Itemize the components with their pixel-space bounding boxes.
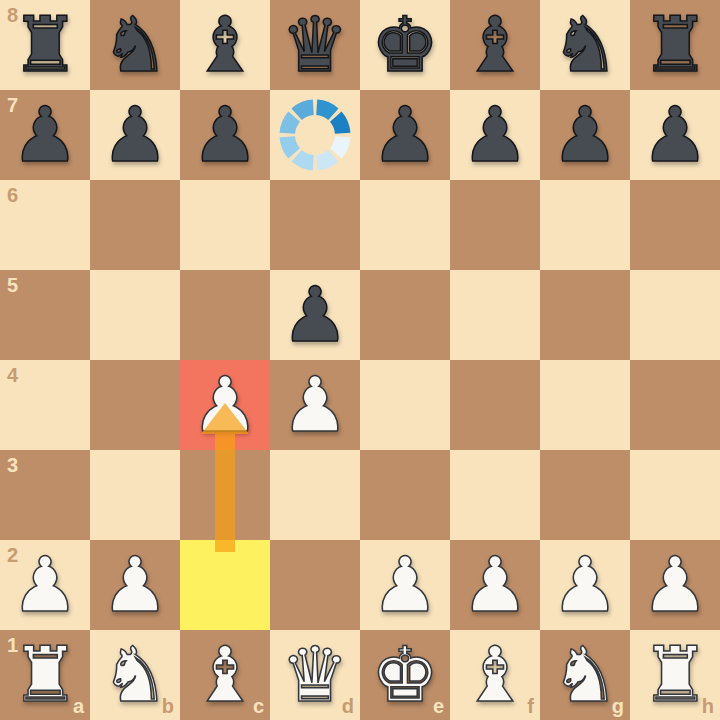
- piece-black-pawn[interactable]: ♟: [641, 97, 709, 173]
- square-a2[interactable]: 2♟: [0, 540, 90, 630]
- spinner-segment: [330, 136, 350, 158]
- square-f3[interactable]: [450, 450, 540, 540]
- square-c8[interactable]: ♝: [180, 0, 270, 90]
- piece-black-pawn[interactable]: ♟: [191, 97, 259, 173]
- square-e2[interactable]: ♟: [360, 540, 450, 630]
- square-g8[interactable]: ♞: [540, 0, 630, 90]
- rank-label-6: 6: [7, 185, 18, 205]
- square-e7[interactable]: ♟: [360, 90, 450, 180]
- piece-black-rook[interactable]: ♜: [11, 7, 79, 83]
- square-a7[interactable]: 7♟: [0, 90, 90, 180]
- spinner-segment: [316, 100, 338, 120]
- square-g6[interactable]: [540, 180, 630, 270]
- square-f1[interactable]: f♝: [450, 630, 540, 720]
- square-f2[interactable]: ♟: [450, 540, 540, 630]
- piece-white-pawn[interactable]: ♟: [461, 547, 529, 623]
- square-g3[interactable]: [540, 450, 630, 540]
- piece-white-rook[interactable]: ♜: [641, 637, 709, 713]
- piece-white-pawn[interactable]: ♟: [191, 367, 259, 443]
- piece-black-pawn[interactable]: ♟: [281, 277, 349, 353]
- piece-white-knight[interactable]: ♞: [551, 637, 619, 713]
- square-h4[interactable]: [630, 360, 720, 450]
- square-f5[interactable]: [450, 270, 540, 360]
- piece-white-pawn[interactable]: ♟: [281, 367, 349, 443]
- rank-label-5: 5: [7, 275, 18, 295]
- spinner-segment: [316, 150, 338, 170]
- square-f7[interactable]: ♟: [450, 90, 540, 180]
- piece-black-pawn[interactable]: ♟: [371, 97, 439, 173]
- square-a8[interactable]: 8♜: [0, 0, 90, 90]
- square-c4[interactable]: ♟: [180, 360, 270, 450]
- square-b7[interactable]: ♟: [90, 90, 180, 180]
- square-f8[interactable]: ♝: [450, 0, 540, 90]
- spinner-segment: [280, 136, 300, 158]
- square-d3[interactable]: [270, 450, 360, 540]
- square-f4[interactable]: [450, 360, 540, 450]
- piece-black-bishop[interactable]: ♝: [461, 7, 529, 83]
- square-b6[interactable]: [90, 180, 180, 270]
- square-c6[interactable]: [180, 180, 270, 270]
- square-c7[interactable]: ♟: [180, 90, 270, 180]
- square-h1[interactable]: h♜: [630, 630, 720, 720]
- piece-white-pawn[interactable]: ♟: [371, 547, 439, 623]
- piece-white-bishop[interactable]: ♝: [191, 637, 259, 713]
- square-e1[interactable]: e♚: [360, 630, 450, 720]
- square-c5[interactable]: [180, 270, 270, 360]
- spinner-segment: [291, 100, 313, 120]
- square-d8[interactable]: ♛: [270, 0, 360, 90]
- square-e4[interactable]: [360, 360, 450, 450]
- square-c1[interactable]: c♝: [180, 630, 270, 720]
- square-g2[interactable]: ♟: [540, 540, 630, 630]
- piece-white-queen[interactable]: ♛: [281, 637, 349, 713]
- piece-white-knight[interactable]: ♞: [101, 637, 169, 713]
- piece-white-pawn[interactable]: ♟: [101, 547, 169, 623]
- square-b4[interactable]: [90, 360, 180, 450]
- square-c3[interactable]: [180, 450, 270, 540]
- square-e6[interactable]: [360, 180, 450, 270]
- square-h6[interactable]: [630, 180, 720, 270]
- square-e5[interactable]: [360, 270, 450, 360]
- square-b1[interactable]: b♞: [90, 630, 180, 720]
- piece-white-king[interactable]: ♚: [371, 637, 439, 713]
- piece-black-bishop[interactable]: ♝: [191, 7, 259, 83]
- square-d6[interactable]: [270, 180, 360, 270]
- square-d5[interactable]: ♟: [270, 270, 360, 360]
- piece-white-pawn[interactable]: ♟: [641, 547, 709, 623]
- piece-black-pawn[interactable]: ♟: [11, 97, 79, 173]
- piece-black-pawn[interactable]: ♟: [101, 97, 169, 173]
- piece-black-knight[interactable]: ♞: [551, 7, 619, 83]
- piece-black-knight[interactable]: ♞: [101, 7, 169, 83]
- square-b5[interactable]: [90, 270, 180, 360]
- square-d1[interactable]: d♛: [270, 630, 360, 720]
- square-h7[interactable]: ♟: [630, 90, 720, 180]
- square-d4[interactable]: ♟: [270, 360, 360, 450]
- rank-label-4: 4: [7, 365, 18, 385]
- loading-spinner: [270, 90, 360, 180]
- spinner-segment: [330, 111, 350, 133]
- square-g4[interactable]: [540, 360, 630, 450]
- square-c2[interactable]: [180, 540, 270, 630]
- piece-black-rook[interactable]: ♜: [641, 7, 709, 83]
- piece-white-rook[interactable]: ♜: [11, 637, 79, 713]
- square-a4[interactable]: 4: [0, 360, 90, 450]
- square-d2[interactable]: [270, 540, 360, 630]
- square-h5[interactable]: [630, 270, 720, 360]
- piece-black-king[interactable]: ♚: [371, 7, 439, 83]
- square-a3[interactable]: 3: [0, 450, 90, 540]
- square-g7[interactable]: ♟: [540, 90, 630, 180]
- square-g5[interactable]: [540, 270, 630, 360]
- square-f6[interactable]: [450, 180, 540, 270]
- piece-white-bishop[interactable]: ♝: [461, 637, 529, 713]
- square-a1[interactable]: 1a♜: [0, 630, 90, 720]
- piece-white-pawn[interactable]: ♟: [551, 547, 619, 623]
- square-a6[interactable]: 6: [0, 180, 90, 270]
- square-h3[interactable]: [630, 450, 720, 540]
- spinner-segment: [280, 111, 300, 133]
- square-e3[interactable]: [360, 450, 450, 540]
- piece-white-pawn[interactable]: ♟: [11, 547, 79, 623]
- square-h2[interactable]: ♟: [630, 540, 720, 630]
- rank-label-3: 3: [7, 455, 18, 475]
- chess-board: 8♜♞♝♛♚♝♞♜7♟♟♟♟♟♟♟65♟4♟♟32♟♟♟♟♟♟1a♜b♞c♝d♛…: [0, 0, 720, 720]
- square-e8[interactable]: ♚: [360, 0, 450, 90]
- square-a5[interactable]: 5: [0, 270, 90, 360]
- square-d7[interactable]: [270, 90, 360, 180]
- square-b3[interactable]: [90, 450, 180, 540]
- square-b2[interactable]: ♟: [90, 540, 180, 630]
- spinner-segment: [291, 150, 313, 170]
- piece-black-queen[interactable]: ♛: [281, 7, 349, 83]
- piece-black-pawn[interactable]: ♟: [551, 97, 619, 173]
- square-h8[interactable]: ♜: [630, 0, 720, 90]
- square-g1[interactable]: g♞: [540, 630, 630, 720]
- piece-black-pawn[interactable]: ♟: [461, 97, 529, 173]
- square-b8[interactable]: ♞: [90, 0, 180, 90]
